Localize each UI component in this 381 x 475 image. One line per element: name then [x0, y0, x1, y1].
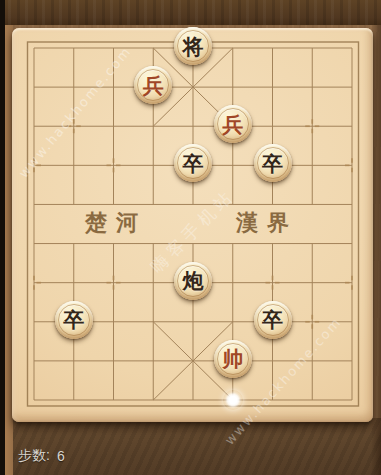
step-counter-value: 6: [57, 448, 65, 464]
move-origin-dot: [223, 390, 243, 410]
piece-black-soldier-2[interactable]: 卒: [254, 144, 292, 182]
piece-black-general[interactable]: 将: [174, 27, 212, 65]
piece-black-cannon[interactable]: 炮: [174, 262, 212, 300]
piece-red-general[interactable]: 帅: [214, 340, 252, 378]
piece-red-soldier-2[interactable]: 兵: [214, 105, 252, 143]
xiangqi-board[interactable]: 楚河 漢界 将兵兵卒卒炮卒卒帅: [12, 28, 373, 422]
left-black-strip: [0, 0, 5, 475]
step-counter: 步数:6: [18, 447, 65, 465]
top-bar: [0, 0, 381, 25]
right-edge-shadow: [371, 25, 381, 475]
piece-black-soldier-3[interactable]: 卒: [55, 301, 93, 339]
board-grid: [12, 28, 373, 422]
step-counter-label: 步数:: [18, 447, 50, 465]
piece-black-soldier-4[interactable]: 卒: [254, 301, 292, 339]
river-label-chu: 楚河: [85, 208, 147, 238]
river-label-han: 漢界: [236, 208, 298, 238]
game-screen: 楚河 漢界 将兵兵卒卒炮卒卒帅 步数:6 www.hackhome.com嗨客手…: [0, 0, 381, 475]
